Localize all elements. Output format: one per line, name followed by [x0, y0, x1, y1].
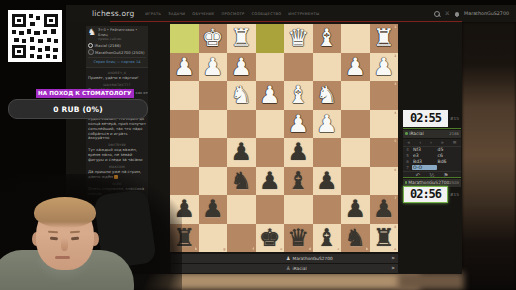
square-a2[interactable]: ♟2: [370, 53, 399, 82]
chat-message: ANDREY_KПривет, удачи в партии!: [88, 71, 146, 81]
piece-white-rook[interactable]: ♜: [373, 26, 395, 50]
piece-white-rook[interactable]: ♜: [230, 26, 252, 50]
piece-white-bishop[interactable]: ♝: [316, 26, 338, 50]
piece-white-pawn[interactable]: ♟: [287, 112, 309, 136]
file-coordinate: h: [195, 247, 197, 251]
rank-coordinate: 7: [394, 196, 396, 200]
square-b8[interactable]: ♞b: [341, 224, 370, 253]
square-a7[interactable]: ♟7: [370, 195, 399, 224]
board-player-bar[interactable]: ♟MarathonGuS2700⚑: [171, 254, 398, 263]
square-c3[interactable]: ♞: [313, 81, 342, 110]
qr-code: [8, 10, 62, 66]
piece-white-pawn[interactable]: ♟: [202, 55, 224, 79]
square-d1[interactable]: ♛: [284, 24, 313, 53]
piece-black-king[interactable]: ♚: [259, 226, 281, 250]
square-c2[interactable]: [313, 53, 342, 82]
square-d2[interactable]: [284, 53, 313, 82]
move-black[interactable]: c6: [437, 153, 462, 158]
move-row: 7O-O: [403, 164, 461, 170]
file-coordinate: b: [366, 247, 368, 251]
square-f7[interactable]: [227, 195, 256, 224]
square-e7[interactable]: [256, 195, 285, 224]
move-row: 5e3c6: [403, 153, 461, 159]
square-f5[interactable]: ♟: [227, 138, 256, 167]
square-e2[interactable]: [256, 53, 285, 82]
square-g1[interactable]: ♚: [199, 24, 228, 53]
move-white[interactable]: O-O: [412, 165, 437, 170]
square-e4[interactable]: [256, 110, 285, 139]
move-white[interactable]: Bd3: [412, 159, 437, 164]
piece-black-pawn[interactable]: ♟: [287, 140, 309, 164]
square-e5[interactable]: [256, 138, 285, 167]
square-a4[interactable]: 4: [370, 110, 399, 139]
game-meta-box: ♞ 3+0 • Рейтинговая • Блиц прямо сейчас …: [86, 26, 148, 68]
chess-board: ♚♜♛♝♜1♟♟♟♟♟2♞♟♝♞3♟♟4♟♟5♞♟♝♟6♟♟♟♟7♜hgf♚e♛…: [170, 24, 398, 252]
square-h5[interactable]: [170, 138, 199, 167]
file-coordinate: g: [223, 247, 225, 251]
piece-black-bishop[interactable]: ♝: [316, 226, 338, 250]
rank-coordinate: 1: [394, 25, 396, 29]
mouth: [55, 256, 70, 259]
square-g7[interactable]: ♟: [199, 195, 228, 224]
piece-white-pawn[interactable]: ♟: [230, 55, 252, 79]
player-top-name: iRacial: [409, 131, 423, 136]
rank-coordinate: 3: [394, 82, 396, 86]
challenges-icon[interactable]: ⚔: [445, 11, 450, 17]
move-black[interactable]: Bd6: [437, 159, 462, 164]
square-f4[interactable]: [227, 110, 256, 139]
online-dot: [405, 181, 407, 184]
bar-player-name: MarathonGuS2700: [292, 256, 332, 261]
time-control: 3+0 • Рейтинговая • Блиц: [98, 28, 146, 37]
square-e1[interactable]: [256, 24, 285, 53]
square-f2[interactable]: ♟: [227, 53, 256, 82]
search-icon[interactable]: [434, 11, 440, 17]
file-coordinate: d: [309, 247, 311, 251]
file-coordinate: c: [338, 247, 340, 251]
move-row: 4Nf3d5: [403, 147, 461, 153]
move-white[interactable]: Nf3: [412, 147, 437, 152]
move-nav: «‹›»≡: [403, 139, 461, 147]
piece-black-knight[interactable]: ♞: [230, 169, 252, 193]
square-f1[interactable]: ♜: [227, 24, 256, 53]
eye: [71, 236, 79, 239]
square-a1[interactable]: ♜1: [370, 24, 399, 53]
move-nav-button-4[interactable]: »: [441, 140, 444, 145]
piece-black-queen[interactable]: ♛: [287, 226, 309, 250]
file-coordinate: f: [253, 247, 254, 251]
clock-top: 02:55: [403, 110, 448, 127]
square-h4[interactable]: [170, 110, 199, 139]
piece-black-knight[interactable]: ♞: [344, 226, 366, 250]
square-b3[interactable]: [341, 81, 370, 110]
move-row: 6Bd3Bd6: [403, 159, 461, 165]
nav-item-3[interactable]: ОБУЧЕНИЕ: [192, 12, 214, 16]
nav-item-4[interactable]: ПРОСМОТР: [222, 12, 245, 16]
webcam-room-background: [462, 22, 516, 290]
piece-black-pawn[interactable]: ♟: [259, 169, 281, 193]
piece-black-pawn[interactable]: ♟: [202, 197, 224, 221]
rank-coordinate: 6: [394, 168, 396, 172]
square-b1[interactable]: [341, 24, 370, 53]
square-c5[interactable]: [313, 138, 342, 167]
game-started-ago: прямо сейчас: [98, 37, 146, 41]
move-nav-button-1[interactable]: «: [407, 140, 410, 145]
square-a6[interactable]: 6: [370, 167, 399, 196]
board-player-bar[interactable]: ♙iRacial⚑: [171, 264, 398, 273]
square-f3[interactable]: ♞: [227, 81, 256, 110]
notifications-icon[interactable]: [455, 12, 460, 16]
chat-message-text: Тут каждый ход важен, время мало, не зев…: [88, 148, 146, 163]
piece-color-icon: ♟: [286, 256, 290, 261]
donation-hint: как отправить: [136, 91, 148, 95]
move-nav-button-2[interactable]: ‹: [419, 140, 421, 145]
piece-black-pawn[interactable]: ♟: [373, 197, 395, 221]
webcam-desk-shadow: [398, 272, 464, 290]
webcam-overlay: [0, 180, 175, 290]
square-b5[interactable]: [341, 138, 370, 167]
square-d4[interactable]: ♟: [284, 110, 313, 139]
player-bottom-rating: 2503: [449, 180, 459, 185]
stream-frame: lichess.org ИГРАТЬЗАДАЧИОБУЧЕНИЕПРОСМОТР…: [0, 0, 516, 290]
file-coordinate: e: [280, 247, 282, 251]
clock-bottom-active: 02:56: [403, 186, 448, 203]
online-dot: [405, 132, 408, 135]
move-number: 7: [403, 165, 412, 170]
eye: [50, 236, 58, 239]
black-color-icon: [88, 49, 94, 55]
square-d8[interactable]: ♛d: [284, 224, 313, 253]
series-link[interactable]: Серия блиц — партия 14: [88, 57, 146, 65]
player-name-bars: ♟MarathonGuS2700⚑♙iRacial⚑: [171, 254, 398, 274]
move-number: 4: [403, 147, 412, 152]
piece-black-bishop[interactable]: ♝: [287, 169, 309, 193]
square-c8[interactable]: ♝c: [313, 224, 342, 253]
square-f8[interactable]: f: [227, 224, 256, 253]
nav-item-6[interactable]: ИНСТРУМЕНТЫ: [288, 12, 319, 16]
square-e8[interactable]: ♚e: [256, 224, 285, 253]
piece-white-pawn[interactable]: ♟: [259, 83, 281, 107]
site-header: lichess.org ИГРАТЬЗАДАЧИОБУЧЕНИЕПРОСМОТР…: [66, 5, 516, 22]
rank-coordinate: 2: [394, 54, 396, 58]
nav-item-2[interactable]: ЗАДАЧИ: [168, 12, 185, 16]
nose: [61, 238, 68, 251]
piece-white-knight[interactable]: ♞: [316, 83, 338, 107]
black-player-line[interactable]: MarathonGuS2700 (2503): [95, 50, 144, 55]
square-h3[interactable]: [170, 81, 199, 110]
chat-message: DMITRY99Тут каждый ход важен, время мало…: [88, 143, 146, 163]
piece-white-pawn[interactable]: ♟: [316, 112, 338, 136]
square-a8[interactable]: ♜8a: [370, 224, 399, 253]
square-g8[interactable]: g: [199, 224, 228, 253]
logged-in-username[interactable]: MarathonGuS2700: [464, 11, 509, 16]
white-player-line[interactable]: iRacial (2166): [95, 43, 121, 48]
nav-item-1[interactable]: ИГРАТЬ: [145, 12, 161, 16]
player-bar-top[interactable]: iRacial 2166: [403, 130, 461, 139]
donation-progress: 0 RUB (0%): [8, 99, 148, 119]
piece-white-pawn[interactable]: ♟: [344, 55, 366, 79]
clock-bottom-badge: #15: [450, 192, 459, 197]
piece-white-pawn[interactable]: ♟: [373, 55, 395, 79]
piece-white-queen[interactable]: ♛: [287, 26, 309, 50]
file-coordinate: a: [394, 247, 396, 251]
flag-icon: ⚑: [391, 266, 395, 271]
square-c4[interactable]: ♟: [313, 110, 342, 139]
rank-coordinate: 8: [394, 225, 396, 229]
piece-black-pawn[interactable]: ♟: [344, 197, 366, 221]
move-white[interactable]: e3: [412, 153, 437, 158]
progress-line: [110, 21, 462, 22]
rank-coordinate: 4: [394, 111, 396, 115]
clock-top-badge: #15: [450, 116, 459, 121]
square-e3[interactable]: ♟: [256, 81, 285, 110]
main-nav: ИГРАТЬЗАДАЧИОБУЧЕНИЕПРОСМОТРСООБЩЕСТВОИН…: [145, 12, 319, 16]
piece-white-knight[interactable]: ♞: [230, 83, 252, 107]
game-side-panel: 02:55 #15 iRacial 2166 «‹›»≡ 4Nf3d55e3c6…: [403, 22, 461, 274]
piece-color-icon: ♙: [286, 266, 290, 271]
square-b7[interactable]: ♟: [341, 195, 370, 224]
piece-white-king[interactable]: ♚: [202, 26, 224, 50]
move-number: 6: [403, 159, 412, 164]
square-g2[interactable]: ♟: [199, 53, 228, 82]
piece-black-rook[interactable]: ♜: [373, 226, 395, 250]
square-b6[interactable]: [341, 167, 370, 196]
piece-white-pawn[interactable]: ♟: [173, 55, 195, 79]
white-color-icon: [88, 43, 93, 48]
player-top-rating: 2166: [449, 131, 459, 136]
rank-coordinate: 5: [394, 139, 396, 143]
square-d3[interactable]: ♝: [284, 81, 313, 110]
piece-white-bishop[interactable]: ♝: [287, 83, 309, 107]
square-a3[interactable]: 3: [370, 81, 399, 110]
piece-black-pawn[interactable]: ♟: [230, 140, 252, 164]
square-g6[interactable]: [199, 167, 228, 196]
square-e6[interactable]: ♟: [256, 167, 285, 196]
nav-item-5[interactable]: СООБЩЕСТВО: [252, 12, 282, 16]
square-d6[interactable]: ♝: [284, 167, 313, 196]
square-c7[interactable]: [313, 195, 342, 224]
bar-player-name: iRacial: [292, 266, 306, 271]
piece-black-pawn[interactable]: ♟: [316, 169, 338, 193]
flag-icon: ⚑: [391, 256, 395, 261]
square-g3[interactable]: [199, 81, 228, 110]
move-list-box: «‹›»≡ 4Nf3d55e3c66Bd3Bd67O-O ↶½⚑: [403, 139, 461, 178]
square-g5[interactable]: [199, 138, 228, 167]
square-b4[interactable]: [341, 110, 370, 139]
square-c6[interactable]: ♟: [313, 167, 342, 196]
donation-overlay: НА ПОХОД К СТОМАТОЛОГУ как отправить 0 R…: [8, 89, 148, 119]
chat-message-text: Привет, удачи в партии!: [88, 76, 146, 81]
chat-message-text: Судья сказал, что серия до конца вечера,…: [88, 117, 146, 141]
square-f6[interactable]: ♞: [227, 167, 256, 196]
player-bottom-name: MarathonGuS2700: [408, 180, 449, 185]
streamer-hair: [34, 197, 96, 228]
square-c1[interactable]: ♝: [313, 24, 342, 53]
square-g4[interactable]: [199, 110, 228, 139]
square-d5[interactable]: ♟: [284, 138, 313, 167]
lichess-logo[interactable]: lichess.org: [92, 9, 134, 18]
move-nav-button-5[interactable]: ≡: [452, 140, 456, 145]
move-nav-button-3[interactable]: ›: [430, 140, 432, 145]
move-number: 5: [403, 153, 412, 158]
square-d7[interactable]: [284, 195, 313, 224]
move-list: 4Nf3d55e3c66Bd3Bd67O-O: [403, 147, 461, 171]
square-h1[interactable]: [170, 24, 199, 53]
square-h2[interactable]: ♟: [170, 53, 199, 82]
knight-logo-icon: ♞: [88, 28, 96, 41]
square-a5[interactable]: 5: [370, 138, 399, 167]
move-black[interactable]: d5: [437, 147, 462, 152]
donation-goal-title: НА ПОХОД К СТОМАТОЛОГУ: [36, 89, 134, 98]
square-b2[interactable]: ♟: [341, 53, 370, 82]
